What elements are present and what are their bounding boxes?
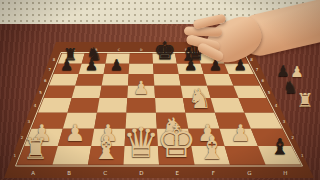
square-b5[interactable] <box>72 86 102 99</box>
piece-bK-e8[interactable]: ♚ <box>152 38 177 63</box>
square-e5[interactable] <box>154 86 183 99</box>
square-c5[interactable] <box>100 86 128 99</box>
square-d4[interactable] <box>126 98 155 113</box>
rank-label-left-1: 1 <box>13 153 16 158</box>
piece-wP-b2[interactable]: ♟ <box>64 122 87 145</box>
captured-bB-4[interactable]: ♝ <box>269 136 291 158</box>
piece-bP-b7[interactable]: ♟ <box>84 58 99 73</box>
rank-label-right-8: 8 <box>250 57 253 62</box>
rank-label-right-6: 6 <box>261 78 264 83</box>
square-b6[interactable] <box>75 74 103 86</box>
piece-wN-f4[interactable]: ♞ <box>186 85 213 112</box>
file-label-c: C <box>103 170 107 176</box>
square-c4[interactable] <box>97 98 127 113</box>
chess-photo-scene: AABBCCDDEEFFGGHH1122334455667788 ♜♞♚♝♟♟♟… <box>0 0 320 180</box>
file-label-a: A <box>31 170 35 176</box>
rank-label-left-5: 5 <box>39 90 42 95</box>
captured-wR-3[interactable]: ♜ <box>296 91 315 110</box>
rank-label-right-4: 4 <box>275 103 278 108</box>
rank-label-left-6: 6 <box>44 78 47 83</box>
file-label-f: F <box>212 170 215 176</box>
square-a4[interactable] <box>38 98 72 113</box>
rank-label-left-7: 7 <box>49 67 52 72</box>
square-e6[interactable] <box>154 74 181 86</box>
piece-wP-g2[interactable]: ♟ <box>229 122 252 145</box>
rank-label-right-7: 7 <box>256 67 259 72</box>
piece-bP-c7[interactable]: ♟ <box>109 58 124 73</box>
square-a5[interactable] <box>44 86 75 99</box>
square-a6[interactable] <box>49 74 79 86</box>
file-label-d: D <box>139 170 143 176</box>
piece-wR-a1[interactable]: ♜ <box>21 135 50 164</box>
square-e7[interactable] <box>153 64 179 75</box>
piece-bP-a7[interactable]: ♟ <box>59 58 74 73</box>
square-b1[interactable] <box>53 146 92 165</box>
file-label-e: E <box>176 170 180 176</box>
rank-label-left-8: 8 <box>53 57 56 62</box>
square-g4[interactable] <box>211 98 245 113</box>
piece-wB-c1[interactable]: ♝ <box>90 132 122 164</box>
rank-label-right-2: 2 <box>291 135 294 140</box>
square-d7[interactable] <box>129 64 154 75</box>
square-d8[interactable] <box>129 54 153 64</box>
piece-wB-f1[interactable]: ♝ <box>196 132 228 164</box>
piece-wP-d5[interactable]: ♟ <box>132 79 150 97</box>
square-b4[interactable] <box>68 98 100 113</box>
piece-wK-e1[interactable]: ♚ <box>154 119 199 164</box>
rank-label-right-5: 5 <box>268 90 271 95</box>
rank-label-right-3: 3 <box>283 119 286 124</box>
file-label-g: G <box>247 170 251 176</box>
square-c6[interactable] <box>102 74 129 86</box>
file-label-b: B <box>67 170 71 176</box>
rank-label-left-4: 4 <box>34 103 37 108</box>
file-label-h: H <box>283 170 287 176</box>
